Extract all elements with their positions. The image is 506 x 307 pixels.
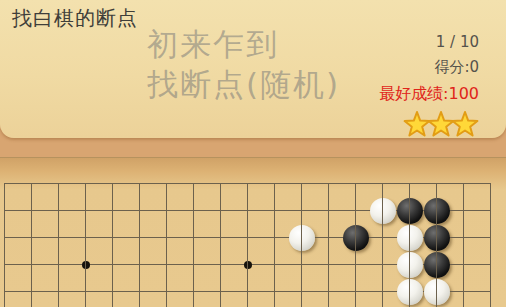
board-intersection[interactable]: [99, 170, 126, 197]
board-intersection[interactable]: [342, 251, 369, 278]
score-text: 得分:0: [434, 58, 479, 77]
white-stone: [397, 279, 423, 305]
board-intersection[interactable]: [477, 197, 504, 224]
board-intersection[interactable]: [153, 197, 180, 224]
board-intersection[interactable]: [180, 251, 207, 278]
board-intersection[interactable]: [261, 197, 288, 224]
board-intersection[interactable]: [288, 170, 315, 197]
board-intersection[interactable]: [180, 278, 207, 305]
watermark-level-name: 初来乍到: [147, 24, 340, 64]
board-intersection[interactable]: [396, 170, 423, 197]
board-intersection[interactable]: [18, 278, 45, 305]
board-intersection[interactable]: [342, 170, 369, 197]
board-intersection[interactable]: [0, 278, 18, 305]
white-stone: [424, 279, 450, 305]
watermark: 初来乍到 找断点(随机): [147, 24, 340, 104]
board-intersection[interactable]: [153, 224, 180, 251]
board-intersection[interactable]: [423, 278, 450, 305]
board-intersection[interactable]: [99, 197, 126, 224]
board-intersection[interactable]: [288, 224, 315, 251]
board-intersection[interactable]: [423, 197, 450, 224]
board-intersection[interactable]: [45, 197, 72, 224]
board-intersection[interactable]: [477, 251, 504, 278]
board-intersection[interactable]: [99, 251, 126, 278]
board-intersection[interactable]: [0, 170, 18, 197]
white-stone: [397, 252, 423, 278]
board-intersection[interactable]: [315, 224, 342, 251]
white-stone: [370, 198, 396, 224]
board-intersection[interactable]: [72, 224, 99, 251]
page-title: 找白棋的断点: [12, 5, 138, 32]
board-intersection[interactable]: [45, 224, 72, 251]
board-intersection[interactable]: [18, 251, 45, 278]
board-intersection[interactable]: [342, 197, 369, 224]
stars-row: [403, 110, 479, 138]
black-stone: [424, 252, 450, 278]
go-board[interactable]: [0, 157, 506, 307]
board-intersection[interactable]: [126, 224, 153, 251]
go-board-grid: [0, 170, 504, 307]
board-intersection[interactable]: [288, 197, 315, 224]
board-intersection[interactable]: [18, 197, 45, 224]
white-stone: [397, 225, 423, 251]
board-intersection[interactable]: [153, 251, 180, 278]
board-intersection[interactable]: [423, 224, 450, 251]
board-intersection[interactable]: [396, 224, 423, 251]
board-intersection[interactable]: [234, 224, 261, 251]
board-intersection[interactable]: [369, 197, 396, 224]
board-intersection[interactable]: [450, 170, 477, 197]
board-intersection[interactable]: [0, 251, 18, 278]
board-intersection[interactable]: [234, 170, 261, 197]
board-intersection[interactable]: [207, 224, 234, 251]
board-intersection[interactable]: [450, 224, 477, 251]
progress-counter: 1 / 10: [436, 33, 479, 51]
board-intersection[interactable]: [207, 278, 234, 305]
board-intersection[interactable]: [477, 170, 504, 197]
board-intersection[interactable]: [72, 251, 99, 278]
board-intersection[interactable]: [315, 251, 342, 278]
board-intersection[interactable]: [369, 251, 396, 278]
board-intersection[interactable]: [450, 251, 477, 278]
board-intersection[interactable]: [99, 278, 126, 305]
board-intersection[interactable]: [450, 197, 477, 224]
board-intersection[interactable]: [315, 278, 342, 305]
board-intersection[interactable]: [45, 251, 72, 278]
board-intersection[interactable]: [342, 224, 369, 251]
header-panel: 找白棋的断点 初来乍到 找断点(随机) 1 / 10 得分:0 最好成绩:100: [0, 0, 506, 138]
board-intersection[interactable]: [72, 278, 99, 305]
board-intersection[interactable]: [126, 278, 153, 305]
stats-block: 1 / 10 得分:0 最好成绩:100: [379, 33, 479, 138]
black-stone: [343, 225, 369, 251]
board-intersection[interactable]: [234, 251, 261, 278]
board-intersection[interactable]: [0, 224, 18, 251]
board-intersection[interactable]: [423, 251, 450, 278]
board-intersection[interactable]: [180, 224, 207, 251]
board-intersection[interactable]: [423, 170, 450, 197]
board-intersection[interactable]: [207, 251, 234, 278]
star-point: [82, 261, 90, 269]
board-intersection[interactable]: [45, 278, 72, 305]
black-stone: [397, 198, 423, 224]
black-stone: [424, 225, 450, 251]
board-intersection[interactable]: [315, 170, 342, 197]
board-intersection[interactable]: [396, 278, 423, 305]
board-intersection[interactable]: [234, 278, 261, 305]
board-intersection[interactable]: [153, 170, 180, 197]
board-intersection[interactable]: [207, 197, 234, 224]
board-intersection[interactable]: [396, 251, 423, 278]
board-intersection[interactable]: [450, 278, 477, 305]
board-intersection[interactable]: [342, 278, 369, 305]
board-intersection[interactable]: [72, 197, 99, 224]
board-intersection[interactable]: [477, 224, 504, 251]
star-point: [244, 261, 252, 269]
board-intersection[interactable]: [126, 197, 153, 224]
board-intersection[interactable]: [396, 197, 423, 224]
watermark-mode-name: 找断点(随机): [147, 64, 340, 104]
board-intersection[interactable]: [207, 170, 234, 197]
board-intersection[interactable]: [126, 170, 153, 197]
white-stone: [289, 225, 315, 251]
board-intersection[interactable]: [180, 170, 207, 197]
board-intersection[interactable]: [477, 278, 504, 305]
board-intersection[interactable]: [315, 197, 342, 224]
board-intersection[interactable]: [126, 251, 153, 278]
board-intersection[interactable]: [180, 197, 207, 224]
board-intersection[interactable]: [0, 197, 18, 224]
best-score-text: 最好成绩:100: [379, 84, 479, 105]
black-stone: [424, 198, 450, 224]
board-intersection[interactable]: [261, 251, 288, 278]
board-intersection[interactable]: [261, 278, 288, 305]
board-intersection[interactable]: [72, 170, 99, 197]
board-intersection[interactable]: [369, 224, 396, 251]
board-intersection[interactable]: [18, 170, 45, 197]
board-intersection[interactable]: [234, 197, 261, 224]
board-intersection[interactable]: [99, 224, 126, 251]
board-intersection[interactable]: [288, 251, 315, 278]
star-icon: [451, 110, 479, 138]
board-intersection[interactable]: [369, 170, 396, 197]
board-intersection[interactable]: [288, 278, 315, 305]
board-intersection[interactable]: [261, 170, 288, 197]
board-intersection[interactable]: [261, 224, 288, 251]
board-intersection[interactable]: [18, 224, 45, 251]
board-intersection[interactable]: [153, 278, 180, 305]
board-intersection[interactable]: [45, 170, 72, 197]
board-intersection[interactable]: [369, 278, 396, 305]
